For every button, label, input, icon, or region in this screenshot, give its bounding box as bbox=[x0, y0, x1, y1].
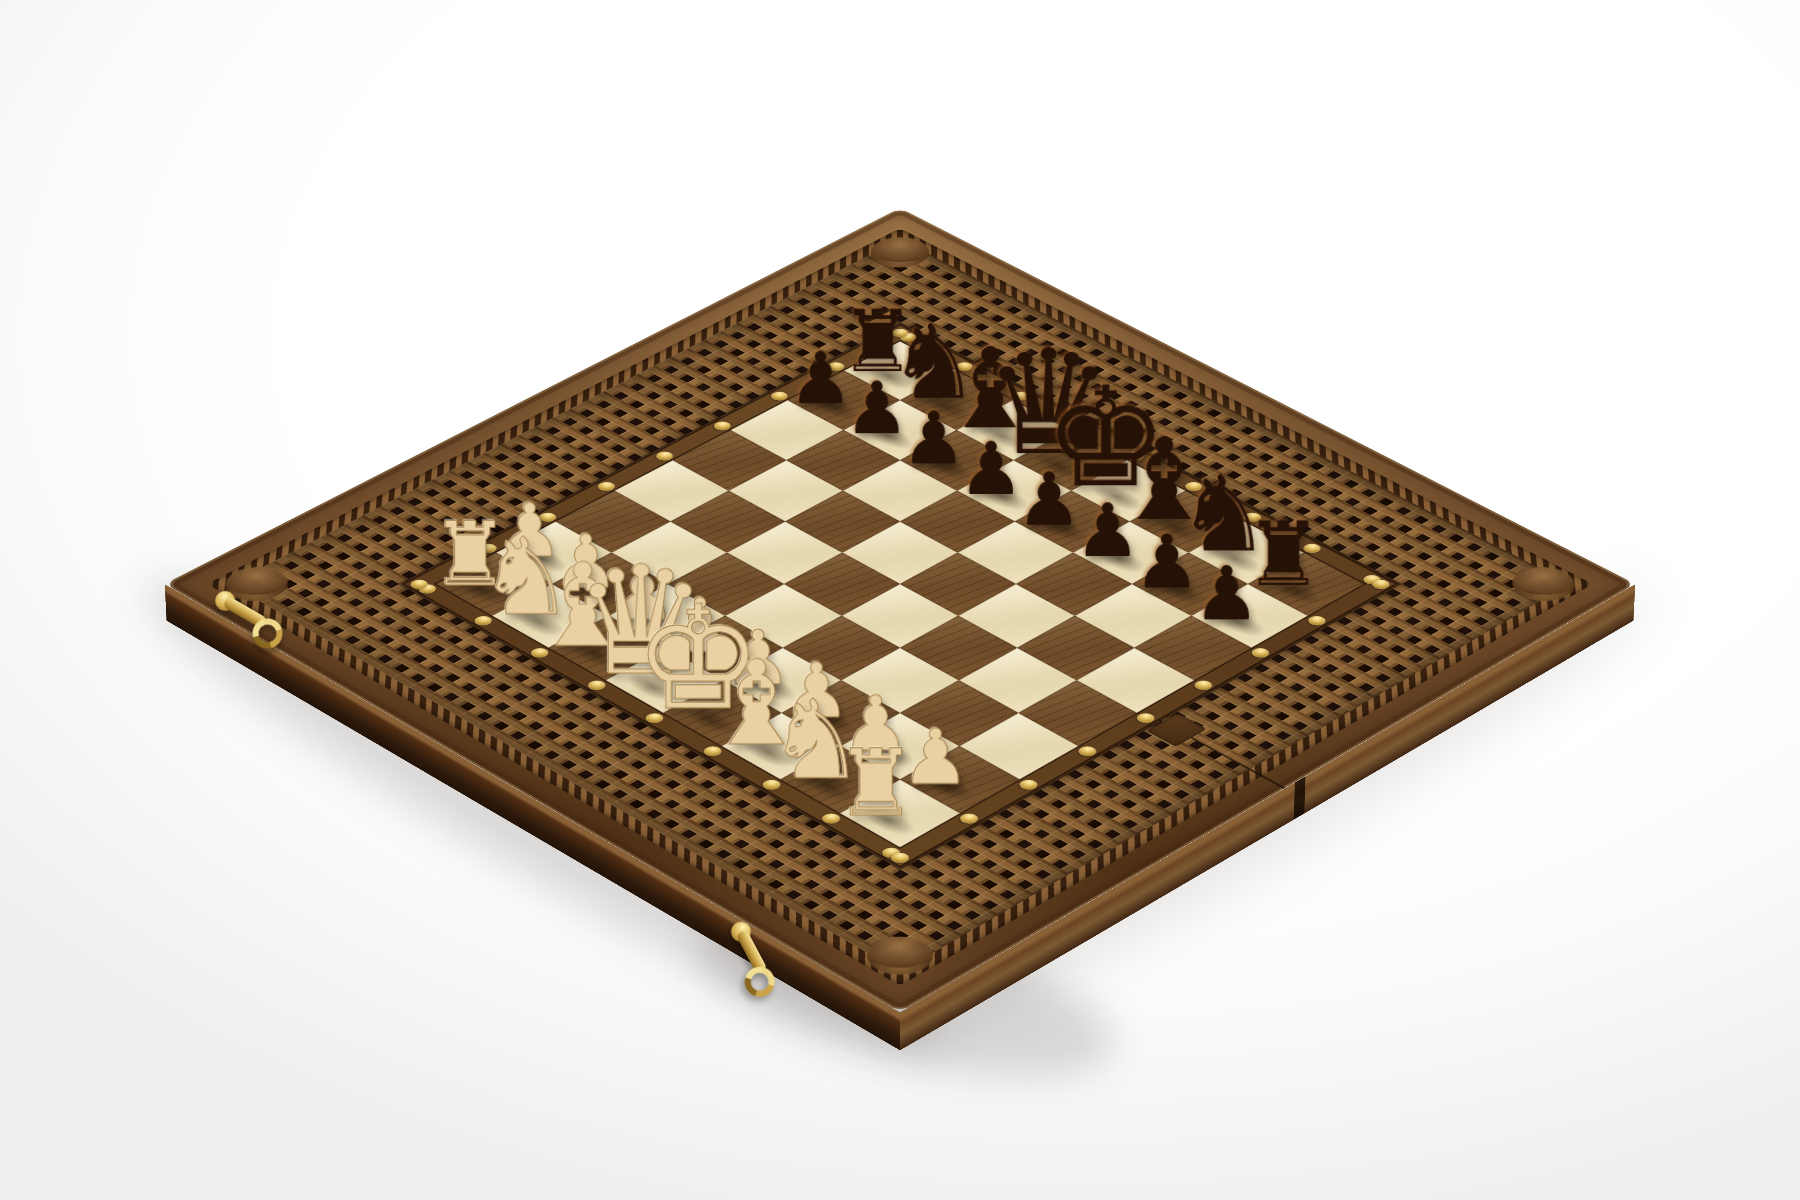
studio-backdrop: ♜♞♝♛♚♝♞♜♟♟♟♟♟♟♟♟♟♟♟♟♟♟♟♟♜♞♝♛♚♝♞♜ bbox=[0, 0, 1800, 1200]
chess-board: ♜♞♝♛♚♝♞♜♟♟♟♟♟♟♟♟♟♟♟♟♟♟♟♟♜♞♝♛♚♝♞♜ bbox=[165, 208, 1636, 1012]
piece-black-pawn-h7[interactable]: ♟ bbox=[1126, 558, 1327, 629]
piece-white-rook-h1[interactable]: ♜ bbox=[772, 740, 980, 827]
